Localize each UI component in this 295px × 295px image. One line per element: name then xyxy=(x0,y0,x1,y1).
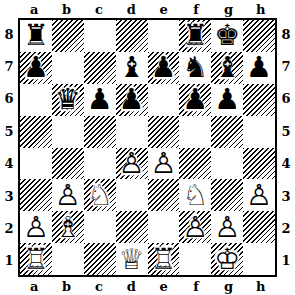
white-rook: ♜♖ xyxy=(148,243,180,275)
square-d1[interactable]: ♛♕ xyxy=(116,243,148,275)
file-label-d: d xyxy=(115,0,147,18)
chess-diagram: abcdefgh 87654321 87654321 abcdefgh ♜♜♜♜… xyxy=(0,0,295,295)
black-pawn-glyph: ♟ xyxy=(211,84,243,116)
square-f6[interactable]: ♟♟ xyxy=(179,84,211,116)
square-f5[interactable] xyxy=(179,116,211,148)
white-pawn: ♟♙ xyxy=(116,148,148,180)
rank-label-2: 2 xyxy=(0,212,18,244)
black-pawn-glyph: ♟ xyxy=(116,84,148,116)
square-c5[interactable] xyxy=(84,116,116,148)
square-c3[interactable]: ♞♘ xyxy=(84,179,116,211)
white-pawn: ♟♙ xyxy=(148,148,180,180)
square-b2[interactable]: ♝♗ xyxy=(52,211,84,243)
white-pawn-glyph: ♙ xyxy=(116,148,148,180)
square-b6[interactable]: ♛♛ xyxy=(52,84,84,116)
white-rook-glyph: ♖ xyxy=(20,243,52,275)
square-c6[interactable]: ♟♟ xyxy=(84,84,116,116)
square-e3[interactable] xyxy=(148,179,180,211)
square-c1[interactable] xyxy=(84,243,116,275)
square-g6[interactable]: ♟♟ xyxy=(211,84,243,116)
black-pawn: ♟♟ xyxy=(84,84,116,116)
file-label-e: e xyxy=(148,0,180,18)
square-f1[interactable] xyxy=(179,243,211,275)
rank-label-6: 6 xyxy=(277,83,295,115)
rank-label-5: 5 xyxy=(0,115,18,147)
square-a6[interactable] xyxy=(20,84,52,116)
square-a7[interactable]: ♟♟ xyxy=(20,52,52,84)
file-label-f: f xyxy=(180,277,212,295)
square-d4[interactable]: ♟♙ xyxy=(116,148,148,180)
square-h5[interactable] xyxy=(243,116,275,148)
black-pawn: ♟♟ xyxy=(179,84,211,116)
square-h7[interactable]: ♟♟ xyxy=(243,52,275,84)
rank-label-8: 8 xyxy=(277,18,295,50)
white-pawn: ♟♙ xyxy=(243,179,275,211)
file-labels-bottom: abcdefgh xyxy=(18,277,277,295)
square-b5[interactable] xyxy=(52,116,84,148)
rank-label-7: 7 xyxy=(277,50,295,82)
square-h3[interactable]: ♟♙ xyxy=(243,179,275,211)
white-rook-glyph: ♖ xyxy=(148,243,180,275)
white-pawn-glyph: ♙ xyxy=(243,179,275,211)
white-pawn-glyph: ♙ xyxy=(179,211,211,243)
rank-label-2: 2 xyxy=(277,212,295,244)
rank-labels-right: 87654321 xyxy=(277,18,295,277)
rank-labels-left: 87654321 xyxy=(0,18,18,277)
file-label-h: h xyxy=(245,277,277,295)
black-pawn-glyph: ♟ xyxy=(179,84,211,116)
file-label-a: a xyxy=(18,277,50,295)
square-e4[interactable]: ♟♙ xyxy=(148,148,180,180)
square-a5[interactable] xyxy=(20,116,52,148)
rank-label-1: 1 xyxy=(0,245,18,277)
black-pawn: ♟♟ xyxy=(20,52,52,84)
square-e6[interactable] xyxy=(148,84,180,116)
black-pawn: ♟♟ xyxy=(211,84,243,116)
square-a4[interactable] xyxy=(20,148,52,180)
white-knight: ♞♘ xyxy=(84,179,116,211)
square-c8[interactable] xyxy=(84,20,116,52)
file-label-c: c xyxy=(83,277,115,295)
black-pawn: ♟♟ xyxy=(116,84,148,116)
black-pawn: ♟♟ xyxy=(148,52,180,84)
white-queen-glyph: ♕ xyxy=(116,243,148,275)
rank-label-5: 5 xyxy=(277,115,295,147)
square-d6[interactable]: ♟♟ xyxy=(116,84,148,116)
square-h1[interactable] xyxy=(243,243,275,275)
white-bishop-glyph: ♗ xyxy=(52,211,84,243)
square-d3[interactable] xyxy=(116,179,148,211)
white-pawn: ♟♙ xyxy=(179,211,211,243)
file-label-d: d xyxy=(115,277,147,295)
white-rook: ♜♖ xyxy=(20,243,52,275)
white-pawn-glyph: ♙ xyxy=(148,148,180,180)
square-f2[interactable]: ♟♙ xyxy=(179,211,211,243)
file-label-g: g xyxy=(212,277,244,295)
white-knight-glyph: ♘ xyxy=(84,179,116,211)
square-g5[interactable] xyxy=(211,116,243,148)
square-g4[interactable] xyxy=(211,148,243,180)
file-label-b: b xyxy=(50,277,82,295)
square-a1[interactable]: ♜♖ xyxy=(20,243,52,275)
black-queen-glyph: ♛ xyxy=(52,84,84,116)
white-queen: ♛♕ xyxy=(116,243,148,275)
rank-label-8: 8 xyxy=(0,18,18,50)
white-king-glyph: ♔ xyxy=(211,243,243,275)
square-b8[interactable] xyxy=(52,20,84,52)
rank-label-3: 3 xyxy=(277,180,295,212)
black-pawn-glyph: ♟ xyxy=(20,52,52,84)
chess-board: ♜♜♜♜♚♚♟♟♝♝♟♟♞♞♝♝♟♟♛♛♟♟♟♟♟♟♟♟♟♙♟♙♟♙♞♘♞♘♟♙… xyxy=(18,18,277,277)
square-h6[interactable] xyxy=(243,84,275,116)
file-label-c: c xyxy=(83,0,115,18)
black-pawn-glyph: ♟ xyxy=(243,52,275,84)
black-pawn-glyph: ♟ xyxy=(148,52,180,84)
file-label-e: e xyxy=(148,277,180,295)
square-e7[interactable]: ♟♟ xyxy=(148,52,180,84)
file-label-h: h xyxy=(245,0,277,18)
rank-label-4: 4 xyxy=(277,148,295,180)
file-label-b: b xyxy=(50,0,82,18)
white-king: ♚♔ xyxy=(211,243,243,275)
rank-label-1: 1 xyxy=(277,245,295,277)
black-pawn: ♟♟ xyxy=(243,52,275,84)
rank-label-7: 7 xyxy=(0,50,18,82)
white-bishop: ♝♗ xyxy=(52,211,84,243)
rank-label-6: 6 xyxy=(0,83,18,115)
square-e1[interactable]: ♜♖ xyxy=(148,243,180,275)
square-b1[interactable] xyxy=(52,243,84,275)
rank-label-4: 4 xyxy=(0,148,18,180)
square-c2[interactable] xyxy=(84,211,116,243)
black-pawn-glyph: ♟ xyxy=(84,84,116,116)
black-queen: ♛♛ xyxy=(52,84,84,116)
square-h2[interactable] xyxy=(243,211,275,243)
square-g1[interactable]: ♚♔ xyxy=(211,243,243,275)
rank-label-3: 3 xyxy=(0,180,18,212)
